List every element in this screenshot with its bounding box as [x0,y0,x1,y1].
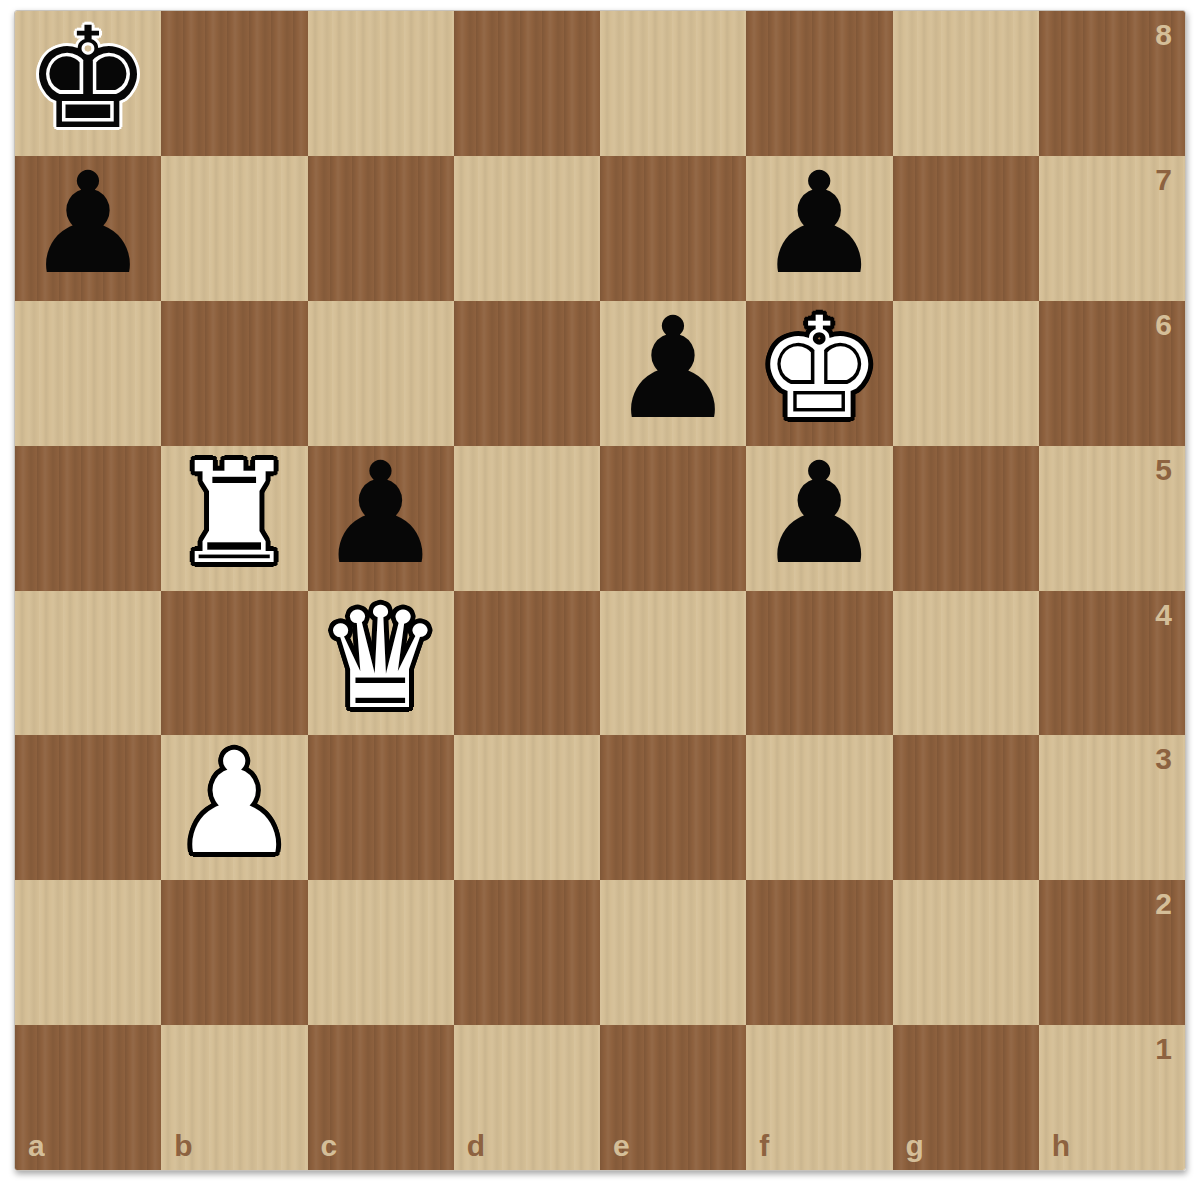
square-g4[interactable] [893,591,1039,736]
piece-black-pawn[interactable]: ♟ [318,446,444,584]
square-d3[interactable] [454,735,600,880]
file-label-g: g [906,1129,924,1163]
chessboard: ♚8♟♟7♟♚6♜♟♟5♛4♟32abcdefg1h [14,10,1186,1171]
rank-label-8: 8 [1155,18,1172,52]
file-label-f: f [759,1129,769,1163]
square-d1[interactable]: d [454,1025,600,1170]
square-b1[interactable]: b [161,1025,307,1170]
piece-black-pawn[interactable]: ♟ [757,156,883,294]
square-d2[interactable] [454,880,600,1025]
square-c3[interactable] [308,735,454,880]
square-a7[interactable]: ♟ [15,156,161,301]
square-c7[interactable] [308,156,454,301]
square-g5[interactable] [893,446,1039,591]
rank-label-6: 6 [1155,308,1172,342]
square-d7[interactable] [454,156,600,301]
square-e8[interactable] [600,11,746,156]
square-h8[interactable]: 8 [1039,11,1185,156]
square-d8[interactable] [454,11,600,156]
square-a1[interactable]: a [15,1025,161,1170]
square-h6[interactable]: 6 [1039,301,1185,446]
piece-white-king[interactable]: ♚ [757,301,883,439]
square-e3[interactable] [600,735,746,880]
square-c4[interactable]: ♛ [308,591,454,736]
piece-black-king[interactable]: ♚ [25,11,151,149]
square-f7[interactable]: ♟ [746,156,892,301]
square-f8[interactable] [746,11,892,156]
square-b8[interactable] [161,11,307,156]
piece-white-pawn[interactable]: ♟ [172,735,298,873]
piece-black-pawn[interactable]: ♟ [25,156,151,294]
square-d4[interactable] [454,591,600,736]
square-f4[interactable] [746,591,892,736]
square-h3[interactable]: 3 [1039,735,1185,880]
square-b2[interactable] [161,880,307,1025]
square-b6[interactable] [161,301,307,446]
square-e6[interactable]: ♟ [600,301,746,446]
file-label-e: e [613,1129,630,1163]
square-f6[interactable]: ♚ [746,301,892,446]
file-label-c: c [321,1129,338,1163]
rank-label-1: 1 [1155,1032,1172,1066]
square-c1[interactable]: c [308,1025,454,1170]
square-e1[interactable]: e [600,1025,746,1170]
square-d6[interactable] [454,301,600,446]
square-c2[interactable] [308,880,454,1025]
square-f1[interactable]: f [746,1025,892,1170]
square-b7[interactable] [161,156,307,301]
file-label-a: a [28,1129,45,1163]
square-e4[interactable] [600,591,746,736]
square-h1[interactable]: 1h [1039,1025,1185,1170]
square-a3[interactable] [15,735,161,880]
square-g7[interactable] [893,156,1039,301]
square-d5[interactable] [454,446,600,591]
square-f2[interactable] [746,880,892,1025]
square-b5[interactable]: ♜ [161,446,307,591]
square-h5[interactable]: 5 [1039,446,1185,591]
square-e2[interactable] [600,880,746,1025]
square-e5[interactable] [600,446,746,591]
rank-label-4: 4 [1155,598,1172,632]
square-g2[interactable] [893,880,1039,1025]
square-f5[interactable]: ♟ [746,446,892,591]
square-a8[interactable]: ♚ [15,11,161,156]
square-c8[interactable] [308,11,454,156]
square-c6[interactable] [308,301,454,446]
square-c5[interactable]: ♟ [308,446,454,591]
square-a2[interactable] [15,880,161,1025]
square-g3[interactable] [893,735,1039,880]
square-g8[interactable] [893,11,1039,156]
rank-label-5: 5 [1155,453,1172,487]
square-a6[interactable] [15,301,161,446]
square-h4[interactable]: 4 [1039,591,1185,736]
square-g6[interactable] [893,301,1039,446]
rank-label-7: 7 [1155,163,1172,197]
square-a5[interactable] [15,446,161,591]
file-label-d: d [467,1129,485,1163]
rank-label-3: 3 [1155,742,1172,776]
square-a4[interactable] [15,591,161,736]
piece-black-pawn[interactable]: ♟ [610,301,736,439]
piece-white-rook[interactable]: ♜ [172,446,298,584]
piece-black-pawn[interactable]: ♟ [757,446,883,584]
square-h7[interactable]: 7 [1039,156,1185,301]
piece-white-queen[interactable]: ♛ [318,591,444,729]
square-b4[interactable] [161,591,307,736]
rank-label-2: 2 [1155,887,1172,921]
square-b3[interactable]: ♟ [161,735,307,880]
square-e7[interactable] [600,156,746,301]
square-g1[interactable]: g [893,1025,1039,1170]
square-f3[interactable] [746,735,892,880]
file-label-h: h [1052,1129,1070,1163]
square-h2[interactable]: 2 [1039,880,1185,1025]
file-label-b: b [174,1129,192,1163]
